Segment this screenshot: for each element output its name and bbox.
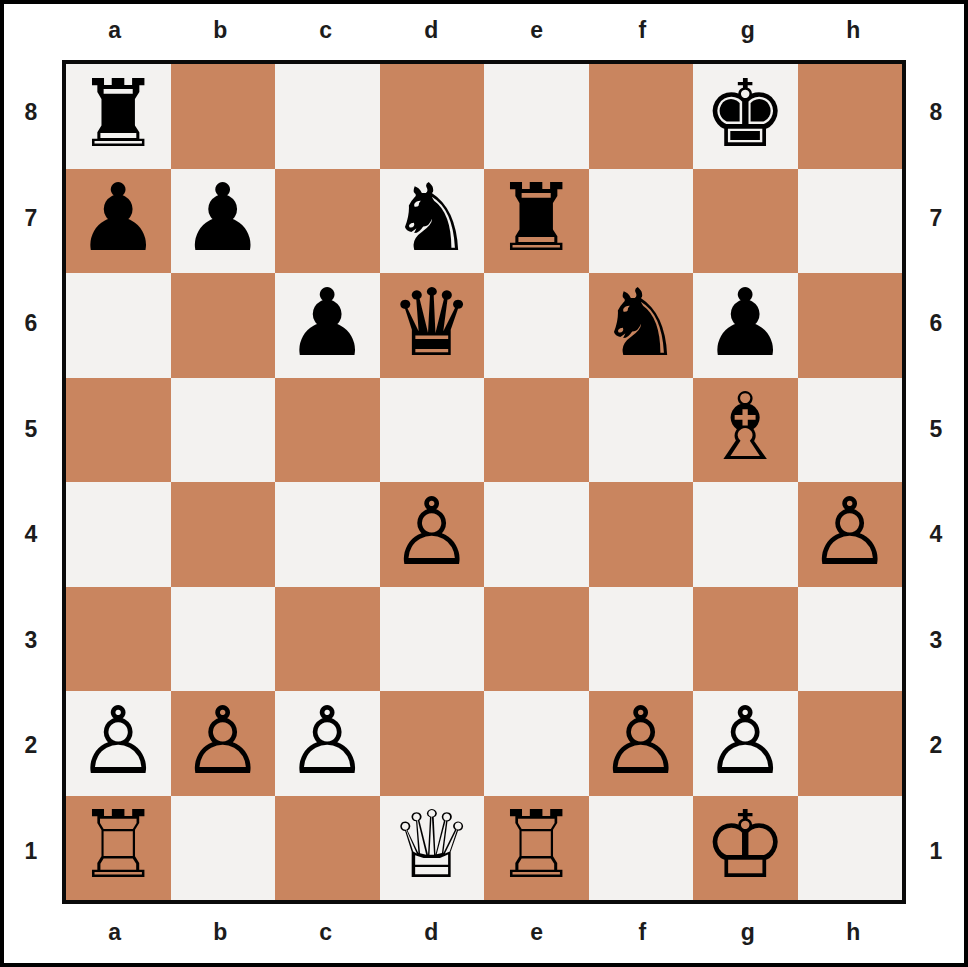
- rank-label-8: 8: [2, 60, 60, 166]
- rank-labels-right: 87654321: [908, 60, 964, 904]
- square-e7[interactable]: ♜: [484, 169, 589, 274]
- file-label-g: g: [695, 906, 801, 958]
- square-h8[interactable]: [798, 64, 903, 169]
- square-a6[interactable]: [66, 273, 171, 378]
- piece-white-rook: ♖: [495, 799, 578, 892]
- square-g8[interactable]: ♚: [693, 64, 798, 169]
- square-e3[interactable]: [484, 587, 589, 692]
- square-g7[interactable]: [693, 169, 798, 274]
- piece-white-pawn: ♙: [704, 695, 787, 788]
- file-label-c: c: [273, 2, 379, 58]
- square-b6[interactable]: [171, 273, 276, 378]
- piece-white-pawn: ♙: [808, 486, 891, 579]
- piece-white-rook: ♖: [77, 799, 160, 892]
- square-c6[interactable]: ♟: [275, 273, 380, 378]
- rank-label-1: 1: [2, 799, 60, 905]
- square-a2[interactable]: ♙: [66, 691, 171, 796]
- square-h1[interactable]: [798, 796, 903, 901]
- piece-white-pawn: ♙: [77, 695, 160, 788]
- square-h7[interactable]: [798, 169, 903, 274]
- piece-white-queen: ♕: [390, 799, 473, 892]
- piece-black-pawn: ♟: [181, 172, 264, 265]
- file-label-d: d: [379, 2, 485, 58]
- square-g3[interactable]: [693, 587, 798, 692]
- square-f1[interactable]: [589, 796, 694, 901]
- square-f2[interactable]: ♙: [589, 691, 694, 796]
- square-g2[interactable]: ♙: [693, 691, 798, 796]
- file-label-c: c: [273, 906, 379, 958]
- square-f4[interactable]: [589, 482, 694, 587]
- square-c8[interactable]: [275, 64, 380, 169]
- piece-black-king: ♚: [704, 68, 787, 161]
- file-label-f: f: [590, 2, 696, 58]
- square-h2[interactable]: [798, 691, 903, 796]
- square-b7[interactable]: ♟: [171, 169, 276, 274]
- rank-labels-left: 87654321: [2, 60, 60, 904]
- piece-white-pawn: ♙: [599, 695, 682, 788]
- square-c3[interactable]: [275, 587, 380, 692]
- piece-black-knight: ♞: [390, 172, 473, 265]
- square-f8[interactable]: [589, 64, 694, 169]
- file-label-b: b: [168, 906, 274, 958]
- file-label-h: h: [801, 2, 907, 58]
- rank-label-5: 5: [2, 377, 60, 483]
- square-f6[interactable]: ♞: [589, 273, 694, 378]
- file-labels-bottom: abcdefgh: [62, 906, 906, 958]
- square-e5[interactable]: [484, 378, 589, 483]
- piece-white-pawn: ♙: [286, 695, 369, 788]
- square-g1[interactable]: ♔: [693, 796, 798, 901]
- piece-black-pawn: ♟: [704, 277, 787, 370]
- chess-board: ♜♚♟♟♞♜♟♛♞♟♗♙♙♙♙♙♙♙♖♕♖♔: [62, 60, 906, 904]
- piece-black-rook: ♜: [77, 68, 160, 161]
- piece-black-pawn: ♟: [77, 172, 160, 265]
- square-a4[interactable]: [66, 482, 171, 587]
- rank-label-5: 5: [908, 377, 964, 483]
- chess-diagram: abcdefgh abcdefgh 87654321 87654321 ♜♚♟♟…: [0, 0, 968, 967]
- square-d5[interactable]: [380, 378, 485, 483]
- square-c2[interactable]: ♙: [275, 691, 380, 796]
- file-label-b: b: [168, 2, 274, 58]
- file-label-d: d: [379, 906, 485, 958]
- file-labels-top: abcdefgh: [62, 2, 906, 58]
- square-h5[interactable]: [798, 378, 903, 483]
- square-f5[interactable]: [589, 378, 694, 483]
- square-d8[interactable]: [380, 64, 485, 169]
- square-b1[interactable]: [171, 796, 276, 901]
- rank-label-7: 7: [2, 166, 60, 272]
- rank-label-7: 7: [908, 166, 964, 272]
- rank-label-1: 1: [908, 799, 964, 905]
- square-e2[interactable]: [484, 691, 589, 796]
- piece-black-pawn: ♟: [286, 277, 369, 370]
- square-f3[interactable]: [589, 587, 694, 692]
- square-g6[interactable]: ♟: [693, 273, 798, 378]
- file-label-g: g: [695, 2, 801, 58]
- piece-black-knight: ♞: [599, 277, 682, 370]
- square-h4[interactable]: ♙: [798, 482, 903, 587]
- square-b5[interactable]: [171, 378, 276, 483]
- square-e6[interactable]: [484, 273, 589, 378]
- piece-black-queen: ♛: [390, 277, 473, 370]
- square-e8[interactable]: [484, 64, 589, 169]
- square-d7[interactable]: ♞: [380, 169, 485, 274]
- square-f7[interactable]: [589, 169, 694, 274]
- square-g5[interactable]: ♗: [693, 378, 798, 483]
- square-c4[interactable]: [275, 482, 380, 587]
- piece-white-pawn: ♙: [181, 695, 264, 788]
- file-label-h: h: [801, 906, 907, 958]
- square-e4[interactable]: [484, 482, 589, 587]
- square-d3[interactable]: [380, 587, 485, 692]
- square-d4[interactable]: ♙: [380, 482, 485, 587]
- rank-label-4: 4: [908, 482, 964, 588]
- rank-label-8: 8: [908, 60, 964, 166]
- rank-label-4: 4: [2, 482, 60, 588]
- file-label-a: a: [62, 906, 168, 958]
- rank-label-3: 3: [908, 588, 964, 694]
- piece-black-rook: ♜: [495, 172, 578, 265]
- square-a3[interactable]: [66, 587, 171, 692]
- square-b2[interactable]: ♙: [171, 691, 276, 796]
- square-c5[interactable]: [275, 378, 380, 483]
- rank-label-6: 6: [908, 271, 964, 377]
- square-h6[interactable]: [798, 273, 903, 378]
- square-c7[interactable]: [275, 169, 380, 274]
- square-g4[interactable]: [693, 482, 798, 587]
- square-a8[interactable]: ♜: [66, 64, 171, 169]
- rank-label-3: 3: [2, 588, 60, 694]
- square-d1[interactable]: ♕: [380, 796, 485, 901]
- square-a5[interactable]: [66, 378, 171, 483]
- square-b8[interactable]: [171, 64, 276, 169]
- rank-label-6: 6: [2, 271, 60, 377]
- file-label-e: e: [484, 906, 590, 958]
- square-a1[interactable]: ♖: [66, 796, 171, 901]
- piece-white-bishop: ♗: [704, 381, 787, 474]
- square-d2[interactable]: [380, 691, 485, 796]
- square-b3[interactable]: [171, 587, 276, 692]
- piece-white-king: ♔: [704, 799, 787, 892]
- rank-label-2: 2: [908, 693, 964, 799]
- rank-label-2: 2: [2, 693, 60, 799]
- square-c1[interactable]: [275, 796, 380, 901]
- square-d6[interactable]: ♛: [380, 273, 485, 378]
- square-a7[interactable]: ♟: [66, 169, 171, 274]
- square-b4[interactable]: [171, 482, 276, 587]
- file-label-e: e: [484, 2, 590, 58]
- file-label-a: a: [62, 2, 168, 58]
- piece-white-pawn: ♙: [390, 486, 473, 579]
- file-label-f: f: [590, 906, 696, 958]
- square-e1[interactable]: ♖: [484, 796, 589, 901]
- square-h3[interactable]: [798, 587, 903, 692]
